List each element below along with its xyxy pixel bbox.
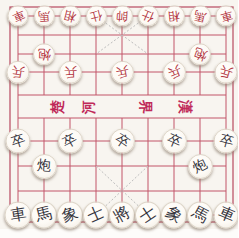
piece-character: 馬 (34, 203, 55, 227)
piece-character: 象 (162, 202, 187, 228)
piece-character: 將 (110, 202, 134, 228)
intersection-i6 (213, 107, 238, 130)
piece-character: 相 (62, 6, 78, 25)
piece-red-soldier[interactable]: 兵 (215, 61, 238, 84)
intersection-c1: 相 (57, 0, 83, 26)
piece-black-elephant[interactable]: 象 (57, 202, 83, 229)
piece-black-elephant[interactable]: 象 (161, 202, 187, 229)
piece-character: 兵 (10, 62, 26, 82)
intersection-d7 (83, 130, 109, 154)
piece-black-horse[interactable]: 馬 (31, 202, 57, 229)
piece-character: 車 (215, 202, 238, 228)
intersection-a9 (0, 179, 31, 204)
intersection-h5 (187, 84, 213, 107)
intersection-h10: 馬 (187, 203, 213, 238)
intersection-b4 (31, 63, 57, 84)
piece-character: 仕 (139, 6, 157, 26)
piece-character: 相 (167, 7, 181, 25)
intersection-d1: 仕 (83, 0, 109, 26)
piece-black-advisor[interactable]: 士 (83, 202, 109, 229)
piece-red-chariot[interactable]: 車 (216, 6, 237, 27)
intersection-c7: 卒 (57, 130, 83, 154)
intersection-c6 (57, 107, 83, 130)
intersection-g2 (161, 26, 187, 45)
intersection-b6 (31, 107, 57, 130)
piece-red-horse[interactable]: 馬 (34, 6, 55, 27)
intersection-g8 (161, 154, 187, 179)
intersection-d10: 士 (83, 203, 109, 238)
intersection-b9 (31, 179, 57, 204)
intersection-a5 (0, 84, 31, 107)
intersection-d6 (83, 107, 109, 130)
intersection-c10: 象 (57, 203, 83, 238)
piece-character: 卒 (111, 130, 133, 153)
intersection-f2 (135, 26, 161, 45)
piece-character: 士 (135, 202, 160, 228)
piece-character: 車 (218, 6, 234, 26)
intersection-i1: 車 (213, 0, 238, 26)
piece-red-advisor[interactable]: 仕 (86, 6, 107, 27)
xiangqi-board: 車馬相仕帥仕相馬車炮炮兵兵兵兵兵卒卒卒卒卒炮炮車馬象士將士象馬車 (0, 0, 238, 238)
piece-black-horse[interactable]: 馬 (187, 202, 213, 229)
intersection-g7: 卒 (161, 130, 187, 154)
piece-red-cannon[interactable]: 炮 (33, 43, 55, 65)
piece-red-general[interactable]: 帥 (112, 6, 133, 27)
piece-character: 車 (8, 203, 27, 226)
intersection-g10: 象 (161, 203, 187, 238)
intersection-a2 (0, 26, 31, 45)
intersection-a10: 車 (0, 203, 31, 238)
intersection-i8 (213, 154, 238, 179)
piece-black-cannon[interactable]: 炮 (32, 154, 57, 179)
intersection-g6 (161, 107, 187, 130)
piece-black-soldier[interactable]: 卒 (6, 129, 31, 154)
piece-black-chariot[interactable]: 車 (214, 202, 239, 229)
intersection-e6 (109, 107, 135, 130)
intersection-f3 (135, 45, 161, 64)
intersection-f1: 仕 (135, 0, 161, 26)
intersection-e1: 帥 (109, 0, 135, 26)
intersection-e2 (109, 26, 135, 45)
intersection-d5 (83, 84, 109, 107)
intersection-a4: 兵 (0, 63, 31, 84)
intersection-b5 (31, 84, 57, 107)
intersection-a8 (0, 154, 31, 179)
piece-black-soldier[interactable]: 卒 (110, 129, 135, 154)
intersection-f10: 士 (135, 203, 161, 238)
piece-character: 卒 (164, 130, 184, 152)
piece-red-elephant[interactable]: 相 (164, 6, 185, 27)
intersection-d2 (83, 26, 109, 45)
intersection-d4 (83, 63, 109, 84)
xiangqi-board-photo: 楚河界漢 車馬相仕帥仕相馬車炮炮兵兵兵兵兵卒卒卒卒卒炮炮車馬象士將士象馬車 (0, 0, 238, 238)
intersection-h2 (187, 26, 213, 45)
piece-black-soldier[interactable]: 卒 (58, 129, 83, 154)
intersection-a1: 車 (0, 0, 31, 26)
intersection-h7 (187, 130, 213, 154)
intersection-b8: 炮 (31, 154, 57, 179)
piece-character: 兵 (114, 62, 130, 82)
intersection-b1: 馬 (31, 0, 57, 26)
intersection-a6 (0, 107, 31, 130)
piece-red-soldier[interactable]: 兵 (111, 61, 134, 84)
piece-red-elephant[interactable]: 相 (60, 6, 81, 27)
piece-character: 帥 (115, 7, 128, 25)
intersection-i2 (213, 26, 238, 45)
piece-red-soldier[interactable]: 兵 (7, 61, 30, 84)
intersection-c8 (57, 154, 83, 179)
piece-character: 仕 (88, 6, 104, 26)
intersection-e4: 兵 (109, 63, 135, 84)
piece-character: 士 (84, 202, 107, 228)
intersection-g5 (161, 84, 187, 107)
intersection-f8 (135, 154, 161, 179)
intersection-d8 (83, 154, 109, 179)
piece-character: 馬 (37, 7, 50, 25)
intersection-c9 (57, 179, 83, 204)
intersection-g4: 兵 (161, 63, 187, 84)
piece-character: 兵 (217, 61, 235, 82)
intersection-d9 (83, 179, 109, 204)
intersection-e10: 將 (109, 203, 135, 238)
piece-character: 卒 (217, 131, 235, 152)
piece-character: 兵 (63, 63, 76, 81)
piece-character: 馬 (188, 202, 212, 228)
intersection-i5 (213, 84, 238, 107)
piece-red-cannon[interactable]: 炮 (189, 43, 211, 65)
piece-character: 炮 (36, 157, 51, 176)
intersection-f5 (135, 84, 161, 107)
piece-character: 兵 (165, 61, 184, 82)
intersection-f4 (135, 63, 161, 84)
piece-character: 炮 (191, 43, 209, 64)
intersection-c2 (57, 26, 83, 45)
intersection-b2 (31, 26, 57, 45)
intersection-b7 (31, 130, 57, 154)
piece-red-horse[interactable]: 馬 (190, 6, 211, 27)
piece-character: 炮 (37, 45, 50, 63)
piece-red-soldier[interactable]: 兵 (59, 61, 82, 84)
intersection-e9 (109, 179, 135, 204)
intersection-h6 (187, 107, 213, 130)
intersection-f6 (135, 107, 161, 130)
intersection-e8 (109, 154, 135, 179)
piece-red-soldier[interactable]: 兵 (163, 61, 186, 84)
piece-black-advisor[interactable]: 士 (135, 202, 161, 229)
intersection-e5 (109, 84, 135, 107)
intersection-d3 (83, 45, 109, 64)
intersection-e7: 卒 (109, 130, 135, 154)
intersection-a7: 卒 (0, 130, 31, 154)
intersection-i10: 車 (213, 203, 238, 238)
piece-character: 炮 (190, 155, 210, 177)
intersection-g9 (161, 179, 187, 204)
piece-character: 象 (59, 202, 81, 227)
intersection-h8: 炮 (187, 154, 213, 179)
intersection-b3: 炮 (31, 45, 57, 64)
intersection-c4: 兵 (57, 63, 83, 84)
piece-black-cannon[interactable]: 炮 (188, 154, 213, 179)
intersection-h4 (187, 63, 213, 84)
intersection-f9 (135, 179, 161, 204)
piece-character: 卒 (9, 130, 28, 151)
piece-black-chariot[interactable]: 車 (5, 202, 32, 229)
piece-character: 卒 (60, 130, 81, 152)
piece-character: 馬 (192, 6, 208, 25)
piece-black-soldier[interactable]: 卒 (214, 129, 239, 154)
intersection-h1: 馬 (187, 0, 213, 26)
intersection-b10: 馬 (31, 203, 57, 238)
piece-red-chariot[interactable]: 車 (8, 6, 29, 27)
intersection-f7 (135, 130, 161, 154)
intersection-h3: 炮 (187, 45, 213, 64)
piece-black-general[interactable]: 將 (109, 202, 135, 229)
intersection-i7: 卒 (213, 130, 238, 154)
intersection-c5 (57, 84, 83, 107)
intersection-i9 (213, 179, 238, 204)
intersection-i4: 兵 (213, 63, 238, 84)
piece-red-advisor[interactable]: 仕 (138, 6, 159, 27)
intersection-h9 (187, 179, 213, 204)
piece-character: 車 (9, 6, 27, 26)
intersection-g1: 相 (161, 0, 187, 26)
piece-black-soldier[interactable]: 卒 (162, 129, 187, 154)
